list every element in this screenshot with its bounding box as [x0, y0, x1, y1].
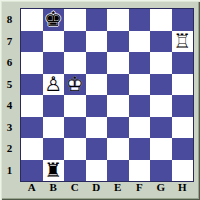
file-label-h: H — [172, 182, 194, 194]
square-d7[interactable] — [86, 31, 108, 53]
rank-label-4: 4 — [0, 95, 19, 117]
square-e6[interactable] — [107, 52, 129, 74]
square-g6[interactable] — [150, 52, 172, 74]
square-c8[interactable] — [64, 9, 86, 31]
square-a4[interactable] — [21, 95, 43, 117]
square-h8[interactable] — [172, 9, 194, 31]
square-d5[interactable] — [86, 74, 108, 96]
rank-label-8: 8 — [0, 9, 19, 31]
rank-label-1: 1 — [0, 160, 19, 182]
square-d2[interactable] — [86, 138, 108, 160]
square-e5[interactable] — [107, 74, 129, 96]
square-b1[interactable]: ♜ — [43, 160, 65, 182]
square-b6[interactable] — [43, 52, 65, 74]
board-frame: ♚♜♖♟♙♚♔♜ 87654321ABCDEFGH — [0, 0, 200, 200]
square-g7[interactable] — [150, 31, 172, 53]
piece-white-rook[interactable]: ♖ — [172, 31, 194, 53]
file-label-a: A — [21, 182, 43, 194]
square-a1[interactable] — [21, 160, 43, 182]
piece-fill-layer: ♟ — [43, 74, 65, 96]
square-g8[interactable] — [150, 9, 172, 31]
square-g4[interactable] — [150, 95, 172, 117]
square-a2[interactable] — [21, 138, 43, 160]
rank-label-6: 6 — [0, 52, 19, 74]
file-label-g: G — [150, 182, 172, 194]
rank-label-5: 5 — [0, 74, 19, 96]
square-h7[interactable]: ♜♖ — [172, 31, 194, 53]
square-c7[interactable] — [64, 31, 86, 53]
file-label-e: E — [107, 182, 129, 194]
square-g3[interactable] — [150, 117, 172, 139]
square-e7[interactable] — [107, 31, 129, 53]
square-h5[interactable] — [172, 74, 194, 96]
file-label-c: C — [64, 182, 86, 194]
square-c4[interactable] — [64, 95, 86, 117]
square-f4[interactable] — [129, 95, 151, 117]
piece-white-pawn[interactable]: ♙ — [43, 74, 65, 96]
piece-white-king[interactable]: ♔ — [64, 74, 86, 96]
square-b7[interactable] — [43, 31, 65, 53]
square-e8[interactable] — [107, 9, 129, 31]
square-c1[interactable] — [64, 160, 86, 182]
file-label-d: D — [86, 182, 108, 194]
file-label-b: B — [43, 182, 65, 194]
square-f5[interactable] — [129, 74, 151, 96]
rank-label-3: 3 — [0, 117, 19, 139]
chess-board: ♚♜♖♟♙♚♔♜ — [20, 8, 194, 182]
square-b2[interactable] — [43, 138, 65, 160]
square-e2[interactable] — [107, 138, 129, 160]
square-b8[interactable]: ♚ — [43, 9, 65, 31]
file-label-f: F — [129, 182, 151, 194]
rank-label-2: 2 — [0, 138, 19, 160]
square-c2[interactable] — [64, 138, 86, 160]
square-a5[interactable] — [21, 74, 43, 96]
square-f8[interactable] — [129, 9, 151, 31]
square-b5[interactable]: ♟♙ — [43, 74, 65, 96]
square-d8[interactable] — [86, 9, 108, 31]
square-h2[interactable] — [172, 138, 194, 160]
square-f1[interactable] — [129, 160, 151, 182]
piece-black-rook[interactable]: ♜ — [43, 160, 65, 182]
square-a8[interactable] — [21, 9, 43, 31]
square-d6[interactable] — [86, 52, 108, 74]
square-g5[interactable] — [150, 74, 172, 96]
square-c5[interactable]: ♚♔ — [64, 74, 86, 96]
square-h4[interactable] — [172, 95, 194, 117]
square-d1[interactable] — [86, 160, 108, 182]
square-b3[interactable] — [43, 117, 65, 139]
square-h3[interactable] — [172, 117, 194, 139]
piece-fill-layer: ♜ — [172, 31, 194, 53]
square-a6[interactable] — [21, 52, 43, 74]
piece-black-king[interactable]: ♚ — [43, 9, 65, 31]
square-a7[interactable] — [21, 31, 43, 53]
square-f6[interactable] — [129, 52, 151, 74]
rank-label-7: 7 — [0, 31, 19, 53]
square-e4[interactable] — [107, 95, 129, 117]
square-f3[interactable] — [129, 117, 151, 139]
square-b4[interactable] — [43, 95, 65, 117]
square-c3[interactable] — [64, 117, 86, 139]
square-e3[interactable] — [107, 117, 129, 139]
square-d3[interactable] — [86, 117, 108, 139]
square-d4[interactable] — [86, 95, 108, 117]
square-h6[interactable] — [172, 52, 194, 74]
square-a3[interactable] — [21, 117, 43, 139]
square-e1[interactable] — [107, 160, 129, 182]
square-f7[interactable] — [129, 31, 151, 53]
square-f2[interactable] — [129, 138, 151, 160]
square-h1[interactable] — [172, 160, 194, 182]
square-c6[interactable] — [64, 52, 86, 74]
square-g1[interactable] — [150, 160, 172, 182]
piece-fill-layer: ♚ — [64, 74, 86, 96]
square-g2[interactable] — [150, 138, 172, 160]
